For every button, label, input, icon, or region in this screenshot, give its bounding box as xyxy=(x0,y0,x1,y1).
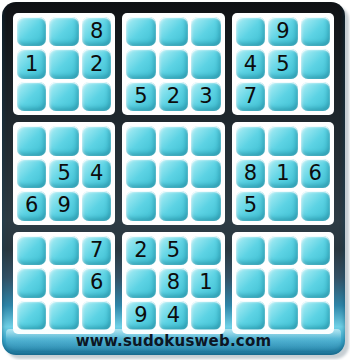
cell-r9c3[interactable] xyxy=(82,301,111,330)
cell-r1c5[interactable] xyxy=(159,17,188,46)
cell-r9c5: 4 xyxy=(159,301,188,330)
box-r2c2 xyxy=(122,122,224,224)
cell-r3c2[interactable] xyxy=(49,82,78,111)
cell-r7c4: 2 xyxy=(126,236,155,265)
sudoku-grid: 81252394575469816576258194 xyxy=(13,13,334,334)
cell-r1c3: 8 xyxy=(82,17,111,46)
cell-r3c9[interactable] xyxy=(301,82,330,111)
cell-r2c8: 5 xyxy=(268,49,297,78)
cell-r7c8[interactable] xyxy=(268,236,297,265)
cell-r9c8[interactable] xyxy=(268,301,297,330)
cell-r3c5: 2 xyxy=(159,82,188,111)
box-r2c3: 8165 xyxy=(232,122,334,224)
cell-r9c7[interactable] xyxy=(236,301,265,330)
cell-r5c9: 6 xyxy=(301,159,330,188)
cell-r1c1[interactable] xyxy=(17,17,46,46)
box-r3c2: 258194 xyxy=(122,232,224,334)
cell-r9c4: 9 xyxy=(126,301,155,330)
cell-r1c6[interactable] xyxy=(191,17,220,46)
cell-r3c4: 5 xyxy=(126,82,155,111)
cell-r6c9[interactable] xyxy=(301,191,330,220)
cell-r6c3[interactable] xyxy=(82,191,111,220)
cell-r9c2[interactable] xyxy=(49,301,78,330)
cell-r2c9[interactable] xyxy=(301,49,330,78)
cell-r8c6: 1 xyxy=(191,268,220,297)
cell-r4c9[interactable] xyxy=(301,126,330,155)
box-r1c3: 9457 xyxy=(232,13,334,115)
cell-r8c4[interactable] xyxy=(126,268,155,297)
box-r1c1: 812 xyxy=(13,13,115,115)
cell-r6c5[interactable] xyxy=(159,191,188,220)
cell-r6c2: 9 xyxy=(49,191,78,220)
cell-r7c3: 7 xyxy=(82,236,111,265)
cell-r7c7[interactable] xyxy=(236,236,265,265)
cell-r3c3[interactable] xyxy=(82,82,111,111)
box-r1c2: 523 xyxy=(122,13,224,115)
cell-r7c2[interactable] xyxy=(49,236,78,265)
cell-r4c4[interactable] xyxy=(126,126,155,155)
cell-r5c5[interactable] xyxy=(159,159,188,188)
cell-r1c8: 9 xyxy=(268,17,297,46)
footer-url: www.sudokusweb.com xyxy=(2,329,345,353)
cell-r5c6[interactable] xyxy=(191,159,220,188)
cell-r1c2[interactable] xyxy=(49,17,78,46)
cell-r5c1[interactable] xyxy=(17,159,46,188)
cell-r5c8: 1 xyxy=(268,159,297,188)
cell-r6c1: 6 xyxy=(17,191,46,220)
cell-r4c7[interactable] xyxy=(236,126,265,155)
cell-r6c8[interactable] xyxy=(268,191,297,220)
cell-r3c7: 7 xyxy=(236,82,265,111)
cell-r8c3: 6 xyxy=(82,268,111,297)
cell-r2c3: 2 xyxy=(82,49,111,78)
cell-r4c1[interactable] xyxy=(17,126,46,155)
cell-r8c9[interactable] xyxy=(301,268,330,297)
cell-r2c1: 1 xyxy=(17,49,46,78)
cell-r3c1[interactable] xyxy=(17,82,46,111)
cell-r2c4[interactable] xyxy=(126,49,155,78)
cell-r9c9[interactable] xyxy=(301,301,330,330)
cell-r5c7: 8 xyxy=(236,159,265,188)
cell-r7c9[interactable] xyxy=(301,236,330,265)
cell-r9c1[interactable] xyxy=(17,301,46,330)
cell-r4c6[interactable] xyxy=(191,126,220,155)
cell-r9c6[interactable] xyxy=(191,301,220,330)
cell-r1c4[interactable] xyxy=(126,17,155,46)
cell-r8c2[interactable] xyxy=(49,268,78,297)
cell-r6c7: 5 xyxy=(236,191,265,220)
cell-r2c2[interactable] xyxy=(49,49,78,78)
cell-r4c2[interactable] xyxy=(49,126,78,155)
cell-r3c8[interactable] xyxy=(268,82,297,111)
cell-r5c2: 5 xyxy=(49,159,78,188)
cell-r2c5[interactable] xyxy=(159,49,188,78)
cell-r4c5[interactable] xyxy=(159,126,188,155)
cell-r7c6[interactable] xyxy=(191,236,220,265)
cell-r6c6[interactable] xyxy=(191,191,220,220)
cell-r2c6[interactable] xyxy=(191,49,220,78)
sudoku-board-frame: 81252394575469816576258194 www.sudokuswe… xyxy=(2,2,345,355)
cell-r5c4[interactable] xyxy=(126,159,155,188)
cell-r2c7: 4 xyxy=(236,49,265,78)
cell-r1c9[interactable] xyxy=(301,17,330,46)
cell-r8c5: 8 xyxy=(159,268,188,297)
cell-r6c4[interactable] xyxy=(126,191,155,220)
cell-r8c1[interactable] xyxy=(17,268,46,297)
cell-r7c1[interactable] xyxy=(17,236,46,265)
cell-r5c3: 4 xyxy=(82,159,111,188)
box-r3c3 xyxy=(232,232,334,334)
cell-r8c7[interactable] xyxy=(236,268,265,297)
cell-r4c8[interactable] xyxy=(268,126,297,155)
cell-r8c8[interactable] xyxy=(268,268,297,297)
cell-r7c5: 5 xyxy=(159,236,188,265)
cell-r3c6: 3 xyxy=(191,82,220,111)
box-r2c1: 5469 xyxy=(13,122,115,224)
box-r3c1: 76 xyxy=(13,232,115,334)
cell-r4c3[interactable] xyxy=(82,126,111,155)
cell-r1c7[interactable] xyxy=(236,17,265,46)
